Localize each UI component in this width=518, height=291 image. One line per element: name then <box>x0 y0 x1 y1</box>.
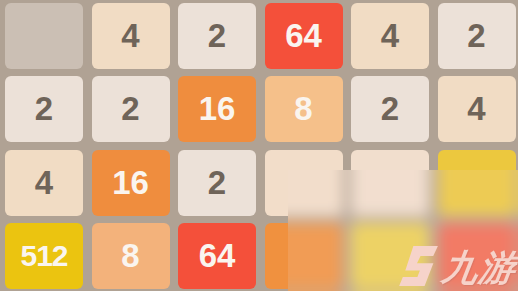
tile-r1c4: 64 <box>265 3 343 69</box>
watermark: 九游 <box>399 243 516 289</box>
tile-r1c1-empty <box>5 3 83 69</box>
tile-r2c6: 4 <box>438 76 516 142</box>
tile-r4c3: 64 <box>178 223 256 289</box>
watermark-text: 九游 <box>439 250 518 289</box>
jiuyou-logo-icon <box>399 243 439 289</box>
tile-r2c4: 8 <box>265 76 343 142</box>
tile-r4c1: 512 <box>5 223 83 289</box>
tile-r3c2: 16 <box>92 150 170 216</box>
tile-r3c1: 4 <box>5 150 83 216</box>
tile-r2c5: 2 <box>351 76 429 142</box>
tile-r2c2: 2 <box>92 76 170 142</box>
tile-r2c3: 16 <box>178 76 256 142</box>
tile-r2c1: 2 <box>5 76 83 142</box>
blur-censor-overlay: 九游 <box>288 170 518 291</box>
tile-r1c6: 2 <box>438 3 516 69</box>
tile-r4c2: 8 <box>92 223 170 289</box>
tile-r1c5: 4 <box>351 3 429 69</box>
tile-r1c3: 2 <box>178 3 256 69</box>
tile-r1c2: 4 <box>92 3 170 69</box>
game-board-2048[interactable]: 4 2 64 4 2 2 2 16 8 2 4 4 16 2 512 8 64 … <box>0 0 518 291</box>
tile-r3c3: 2 <box>178 150 256 216</box>
